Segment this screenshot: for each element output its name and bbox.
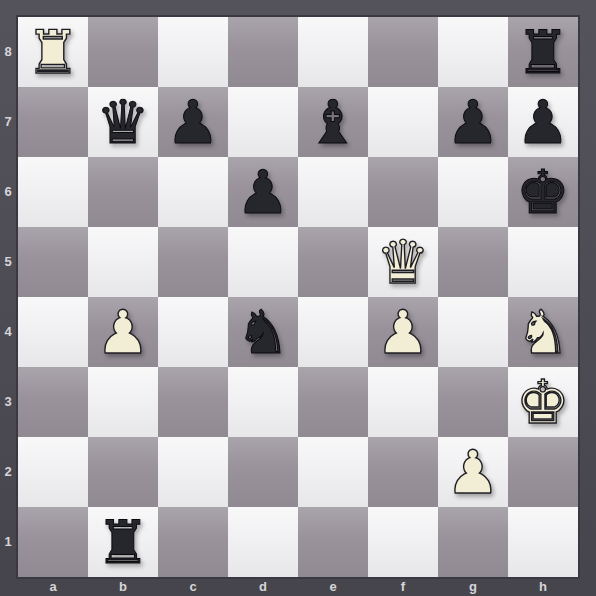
square-b4[interactable]: ♟: [88, 297, 158, 367]
square-f6[interactable]: [368, 157, 438, 227]
square-d5[interactable]: [228, 227, 298, 297]
square-d1[interactable]: [228, 507, 298, 577]
square-c6[interactable]: [158, 157, 228, 227]
piece-white-knight[interactable]: ♞: [516, 302, 570, 362]
square-h3[interactable]: ♚: [508, 367, 578, 437]
piece-black-pawn[interactable]: ♟: [166, 92, 220, 152]
square-a7[interactable]: [18, 87, 88, 157]
square-f1[interactable]: [368, 507, 438, 577]
piece-white-pawn[interactable]: ♟: [376, 302, 430, 362]
piece-black-queen[interactable]: ♛: [96, 92, 150, 152]
square-e7[interactable]: ♝: [298, 87, 368, 157]
square-c3[interactable]: [158, 367, 228, 437]
file-label-a: a: [18, 579, 88, 596]
square-g6[interactable]: [438, 157, 508, 227]
square-b2[interactable]: [88, 437, 158, 507]
square-d4[interactable]: ♞: [228, 297, 298, 367]
file-label-h: h: [508, 579, 578, 596]
square-e3[interactable]: [298, 367, 368, 437]
square-b1[interactable]: ♜: [88, 507, 158, 577]
piece-black-rook[interactable]: ♜: [516, 22, 570, 82]
square-h2[interactable]: [508, 437, 578, 507]
square-e6[interactable]: [298, 157, 368, 227]
piece-white-queen[interactable]: ♛: [376, 232, 430, 292]
piece-white-pawn[interactable]: ♟: [446, 442, 500, 502]
square-f2[interactable]: [368, 437, 438, 507]
piece-white-rook[interactable]: ♜: [26, 22, 80, 82]
rank-label-4: 4: [0, 297, 16, 367]
piece-black-pawn[interactable]: ♟: [446, 92, 500, 152]
square-a2[interactable]: [18, 437, 88, 507]
rank-label-5: 5: [0, 227, 16, 297]
square-b3[interactable]: [88, 367, 158, 437]
square-e5[interactable]: [298, 227, 368, 297]
square-c2[interactable]: [158, 437, 228, 507]
piece-black-pawn[interactable]: ♟: [516, 92, 570, 152]
rank-label-3: 3: [0, 367, 16, 437]
piece-black-pawn[interactable]: ♟: [236, 162, 290, 222]
square-f7[interactable]: [368, 87, 438, 157]
chess-board: ♜♜♛♟♝♟♟♟♚♛♟♞♟♞♚♟♜: [18, 17, 578, 577]
square-h6[interactable]: ♚: [508, 157, 578, 227]
square-d3[interactable]: [228, 367, 298, 437]
piece-black-knight[interactable]: ♞: [236, 302, 290, 362]
square-g2[interactable]: ♟: [438, 437, 508, 507]
square-b5[interactable]: [88, 227, 158, 297]
piece-black-rook[interactable]: ♜: [96, 512, 150, 572]
square-c1[interactable]: [158, 507, 228, 577]
square-g3[interactable]: [438, 367, 508, 437]
chess-board-frame: ♜♜♛♟♝♟♟♟♚♛♟♞♟♞♚♟♜ 87654321abcdefgh: [0, 0, 596, 596]
square-g1[interactable]: [438, 507, 508, 577]
square-e4[interactable]: [298, 297, 368, 367]
square-a5[interactable]: [18, 227, 88, 297]
square-e1[interactable]: [298, 507, 368, 577]
rank-label-7: 7: [0, 87, 16, 157]
file-label-e: e: [298, 579, 368, 596]
square-a1[interactable]: [18, 507, 88, 577]
square-b8[interactable]: [88, 17, 158, 87]
square-h4[interactable]: ♞: [508, 297, 578, 367]
square-f3[interactable]: [368, 367, 438, 437]
square-g5[interactable]: [438, 227, 508, 297]
piece-black-bishop[interactable]: ♝: [306, 92, 360, 152]
square-d6[interactable]: ♟: [228, 157, 298, 227]
board-border: ♜♜♛♟♝♟♟♟♚♛♟♞♟♞♚♟♜: [16, 15, 580, 579]
rank-label-2: 2: [0, 437, 16, 507]
square-e8[interactable]: [298, 17, 368, 87]
rank-label-8: 8: [0, 17, 16, 87]
square-d2[interactable]: [228, 437, 298, 507]
rank-label-6: 6: [0, 157, 16, 227]
square-d8[interactable]: [228, 17, 298, 87]
square-h5[interactable]: [508, 227, 578, 297]
square-b7[interactable]: ♛: [88, 87, 158, 157]
square-a4[interactable]: [18, 297, 88, 367]
square-a3[interactable]: [18, 367, 88, 437]
square-a6[interactable]: [18, 157, 88, 227]
file-label-d: d: [228, 579, 298, 596]
square-b6[interactable]: [88, 157, 158, 227]
square-e2[interactable]: [298, 437, 368, 507]
file-label-b: b: [88, 579, 158, 596]
piece-white-king[interactable]: ♚: [516, 372, 570, 432]
square-f5[interactable]: ♛: [368, 227, 438, 297]
square-c7[interactable]: ♟: [158, 87, 228, 157]
square-g4[interactable]: [438, 297, 508, 367]
square-a8[interactable]: ♜: [18, 17, 88, 87]
square-h1[interactable]: [508, 507, 578, 577]
file-label-c: c: [158, 579, 228, 596]
piece-black-king[interactable]: ♚: [516, 162, 570, 222]
square-h7[interactable]: ♟: [508, 87, 578, 157]
square-c4[interactable]: [158, 297, 228, 367]
square-f8[interactable]: [368, 17, 438, 87]
file-label-g: g: [438, 579, 508, 596]
square-g8[interactable]: [438, 17, 508, 87]
square-c8[interactable]: [158, 17, 228, 87]
rank-label-1: 1: [0, 507, 16, 577]
file-label-f: f: [368, 579, 438, 596]
square-f4[interactable]: ♟: [368, 297, 438, 367]
square-h8[interactable]: ♜: [508, 17, 578, 87]
square-c5[interactable]: [158, 227, 228, 297]
piece-white-pawn[interactable]: ♟: [96, 302, 150, 362]
square-g7[interactable]: ♟: [438, 87, 508, 157]
square-d7[interactable]: [228, 87, 298, 157]
